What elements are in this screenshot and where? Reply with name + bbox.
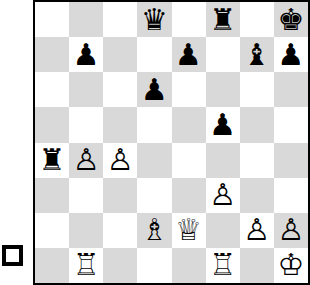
- square-h6[interactable]: [274, 72, 308, 107]
- square-c4[interactable]: ♙: [103, 143, 137, 178]
- square-d8[interactable]: ♛: [137, 2, 171, 37]
- square-a6[interactable]: [35, 72, 69, 107]
- square-d2[interactable]: ♗: [137, 213, 171, 248]
- square-f7[interactable]: [206, 37, 240, 72]
- square-d5[interactable]: [137, 107, 171, 142]
- piece-black-king[interactable]: ♚: [277, 5, 304, 35]
- piece-black-queen[interactable]: ♛: [141, 5, 168, 35]
- piece-white-pawn[interactable]: ♙: [107, 145, 134, 175]
- piece-black-pawn[interactable]: ♟: [209, 110, 236, 140]
- square-e7[interactable]: ♟: [172, 37, 206, 72]
- square-b2[interactable]: [69, 213, 103, 248]
- square-a3[interactable]: [35, 178, 69, 213]
- square-a4[interactable]: ♜: [35, 143, 69, 178]
- piece-black-rook[interactable]: ♜: [209, 5, 236, 35]
- square-a5[interactable]: [35, 107, 69, 142]
- square-h5[interactable]: [274, 107, 308, 142]
- square-d1[interactable]: [137, 248, 171, 283]
- piece-black-pawn[interactable]: ♟: [141, 75, 168, 105]
- square-e6[interactable]: [172, 72, 206, 107]
- square-g8[interactable]: [240, 2, 274, 37]
- square-c3[interactable]: [103, 178, 137, 213]
- square-b7[interactable]: ♟: [69, 37, 103, 72]
- square-g4[interactable]: [240, 143, 274, 178]
- square-e8[interactable]: [172, 2, 206, 37]
- piece-black-rook[interactable]: ♜: [39, 145, 66, 175]
- piece-black-bishop[interactable]: ♝: [243, 40, 270, 70]
- white-to-move-indicator: [2, 245, 23, 266]
- square-b5[interactable]: [69, 107, 103, 142]
- piece-white-queen[interactable]: ♕: [175, 215, 202, 245]
- piece-black-pawn[interactable]: ♟: [277, 40, 304, 70]
- square-e2[interactable]: ♕: [172, 213, 206, 248]
- piece-white-king[interactable]: ♔: [277, 250, 304, 280]
- square-h8[interactable]: ♚: [274, 2, 308, 37]
- square-e1[interactable]: [172, 248, 206, 283]
- square-c8[interactable]: [103, 2, 137, 37]
- square-h4[interactable]: [274, 143, 308, 178]
- square-d3[interactable]: [137, 178, 171, 213]
- square-h3[interactable]: [274, 178, 308, 213]
- piece-black-pawn[interactable]: ♟: [175, 40, 202, 70]
- square-f1[interactable]: ♖: [206, 248, 240, 283]
- square-g1[interactable]: [240, 248, 274, 283]
- square-e3[interactable]: [172, 178, 206, 213]
- square-b1[interactable]: ♖: [69, 248, 103, 283]
- square-e4[interactable]: [172, 143, 206, 178]
- square-d7[interactable]: [137, 37, 171, 72]
- square-g5[interactable]: [240, 107, 274, 142]
- square-f3[interactable]: ♙: [206, 178, 240, 213]
- piece-black-pawn[interactable]: ♟: [73, 40, 100, 70]
- square-f6[interactable]: [206, 72, 240, 107]
- square-a7[interactable]: [35, 37, 69, 72]
- square-c1[interactable]: [103, 248, 137, 283]
- square-a1[interactable]: [35, 248, 69, 283]
- piece-white-bishop[interactable]: ♗: [141, 215, 168, 245]
- square-g3[interactable]: [240, 178, 274, 213]
- chess-board: ♛♜♚♟♟♝♟♟♟♜♙♙♙♗♕♙♙♖♖♔: [33, 0, 310, 285]
- piece-white-pawn[interactable]: ♙: [243, 215, 270, 245]
- square-f2[interactable]: [206, 213, 240, 248]
- square-b3[interactable]: [69, 178, 103, 213]
- square-g6[interactable]: [240, 72, 274, 107]
- square-g2[interactable]: ♙: [240, 213, 274, 248]
- square-e5[interactable]: [172, 107, 206, 142]
- square-f4[interactable]: [206, 143, 240, 178]
- square-a2[interactable]: [35, 213, 69, 248]
- square-c2[interactable]: [103, 213, 137, 248]
- piece-white-rook[interactable]: ♖: [73, 250, 100, 280]
- square-b6[interactable]: [69, 72, 103, 107]
- square-d6[interactable]: ♟: [137, 72, 171, 107]
- square-h1[interactable]: ♔: [274, 248, 308, 283]
- piece-white-pawn[interactable]: ♙: [277, 215, 304, 245]
- square-f5[interactable]: ♟: [206, 107, 240, 142]
- square-c6[interactable]: [103, 72, 137, 107]
- square-c5[interactable]: [103, 107, 137, 142]
- square-f8[interactable]: ♜: [206, 2, 240, 37]
- square-h2[interactable]: ♙: [274, 213, 308, 248]
- square-b4[interactable]: ♙: [69, 143, 103, 178]
- square-h7[interactable]: ♟: [274, 37, 308, 72]
- piece-white-pawn[interactable]: ♙: [209, 180, 236, 210]
- square-a8[interactable]: [35, 2, 69, 37]
- piece-white-rook[interactable]: ♖: [209, 250, 236, 280]
- square-b8[interactable]: [69, 2, 103, 37]
- square-c7[interactable]: [103, 37, 137, 72]
- piece-white-pawn[interactable]: ♙: [73, 145, 100, 175]
- square-d4[interactable]: [137, 143, 171, 178]
- square-g7[interactable]: ♝: [240, 37, 274, 72]
